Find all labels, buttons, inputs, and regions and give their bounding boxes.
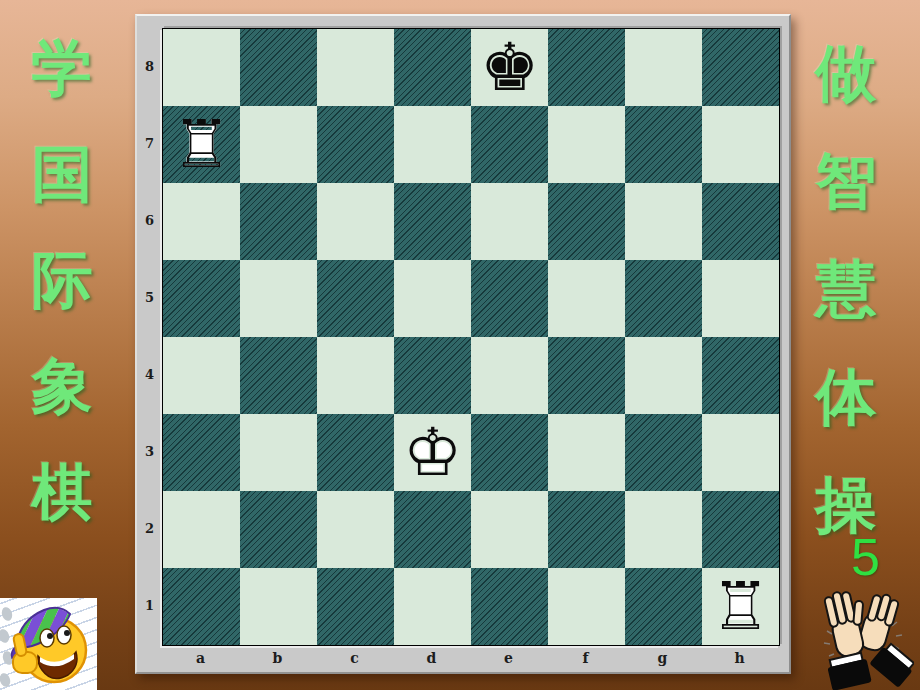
file-label-d: d	[393, 646, 470, 670]
square-g5[interactable]	[625, 260, 702, 337]
square-a4[interactable]	[163, 337, 240, 414]
caption-char: 棋	[32, 461, 93, 522]
caption-char: 慧	[816, 258, 877, 319]
square-b7[interactable]	[240, 106, 317, 183]
square-f7[interactable]	[548, 106, 625, 183]
square-c7[interactable]	[317, 106, 394, 183]
square-c5[interactable]	[317, 260, 394, 337]
square-c4[interactable]	[317, 337, 394, 414]
square-g4[interactable]	[625, 337, 702, 414]
square-d6[interactable]	[394, 183, 471, 260]
square-b5[interactable]	[240, 260, 317, 337]
white-rook-h1[interactable]: ♜	[702, 568, 779, 645]
caption-char: 做	[816, 42, 877, 103]
file-label-c: c	[316, 646, 393, 670]
square-h2[interactable]	[702, 491, 779, 568]
file-label-b: b	[239, 646, 316, 670]
square-b8[interactable]	[240, 29, 317, 106]
square-g8[interactable]	[625, 29, 702, 106]
square-h5[interactable]	[702, 260, 779, 337]
square-d7[interactable]	[394, 106, 471, 183]
chess-board-frame: 87654321 ♚♜♖♚♔♜♖ abcdefgh	[135, 14, 791, 674]
square-a5[interactable]	[163, 260, 240, 337]
rank-label-8: 8	[137, 28, 162, 105]
square-f6[interactable]	[548, 183, 625, 260]
square-a2[interactable]	[163, 491, 240, 568]
white-rook-a7[interactable]: ♜	[163, 106, 240, 183]
square-c2[interactable]	[317, 491, 394, 568]
square-c3[interactable]	[317, 414, 394, 491]
file-label-a: a	[162, 646, 239, 670]
square-c1[interactable]	[317, 568, 394, 645]
square-b1[interactable]	[240, 568, 317, 645]
rank-label-2: 2	[137, 490, 162, 567]
square-d5[interactable]	[394, 260, 471, 337]
square-e8[interactable]: ♚	[471, 29, 548, 106]
square-b6[interactable]	[240, 183, 317, 260]
square-a7[interactable]: ♜♖	[163, 106, 240, 183]
square-b3[interactable]	[240, 414, 317, 491]
square-a6[interactable]	[163, 183, 240, 260]
square-e5[interactable]	[471, 260, 548, 337]
square-d3[interactable]: ♚♔	[394, 414, 471, 491]
square-h7[interactable]	[702, 106, 779, 183]
chess-board[interactable]: ♚♜♖♚♔♜♖	[162, 28, 780, 646]
square-e1[interactable]	[471, 568, 548, 645]
rank-label-5: 5	[137, 259, 162, 336]
square-h6[interactable]	[702, 183, 779, 260]
right-caption: 做智慧体操	[811, 42, 881, 535]
square-f2[interactable]	[548, 491, 625, 568]
square-g2[interactable]	[625, 491, 702, 568]
white-rook-outline: ♖	[702, 568, 779, 645]
file-label-e: e	[470, 646, 547, 670]
caption-char: 体	[816, 366, 877, 427]
rank-label-6: 6	[137, 182, 162, 259]
square-h1[interactable]: ♜♖	[702, 568, 779, 645]
rank-label-1: 1	[137, 567, 162, 644]
square-e4[interactable]	[471, 337, 548, 414]
square-g6[interactable]	[625, 183, 702, 260]
caption-char: 象	[32, 355, 93, 416]
thumbs-up-smiley-icon	[0, 598, 97, 690]
clapping-hands-icon	[808, 588, 914, 690]
caption-char: 学	[32, 37, 93, 98]
square-c8[interactable]	[317, 29, 394, 106]
square-a8[interactable]	[163, 29, 240, 106]
rank-label-4: 4	[137, 336, 162, 413]
square-e7[interactable]	[471, 106, 548, 183]
file-label-g: g	[624, 646, 701, 670]
square-c6[interactable]	[317, 183, 394, 260]
square-h8[interactable]	[702, 29, 779, 106]
slide-number: 5	[851, 531, 880, 583]
black-king-e8[interactable]: ♚	[471, 29, 548, 106]
white-rook-outline: ♖	[163, 106, 240, 183]
square-e3[interactable]	[471, 414, 548, 491]
square-f8[interactable]	[548, 29, 625, 106]
square-a3[interactable]	[163, 414, 240, 491]
square-h4[interactable]	[702, 337, 779, 414]
square-e6[interactable]	[471, 183, 548, 260]
rank-label-3: 3	[137, 413, 162, 490]
square-b2[interactable]	[240, 491, 317, 568]
square-g7[interactable]	[625, 106, 702, 183]
white-king-outline: ♔	[394, 414, 471, 491]
square-f4[interactable]	[548, 337, 625, 414]
caption-char: 国	[32, 143, 93, 204]
caption-char: 际	[32, 249, 93, 310]
square-a1[interactable]	[163, 568, 240, 645]
square-d2[interactable]	[394, 491, 471, 568]
square-d8[interactable]	[394, 29, 471, 106]
square-f1[interactable]	[548, 568, 625, 645]
rank-labels: 87654321	[137, 28, 162, 644]
square-g1[interactable]	[625, 568, 702, 645]
file-label-h: h	[701, 646, 778, 670]
square-g3[interactable]	[625, 414, 702, 491]
caption-char: 操	[816, 474, 877, 535]
file-labels: abcdefgh	[162, 646, 778, 670]
caption-char: 智	[816, 150, 877, 211]
square-e2[interactable]	[471, 491, 548, 568]
slide: 学国际象棋 做智慧体操 5 87654321 ♚♜♖♚♔♜♖ abcdefgh	[0, 0, 920, 690]
square-f3[interactable]	[548, 414, 625, 491]
square-d4[interactable]	[394, 337, 471, 414]
square-d1[interactable]	[394, 568, 471, 645]
square-f5[interactable]	[548, 260, 625, 337]
square-b4[interactable]	[240, 337, 317, 414]
clapping-clipart	[808, 588, 914, 690]
rank-label-7: 7	[137, 105, 162, 182]
smiley-clipart	[0, 598, 97, 690]
left-caption: 学国际象棋	[27, 37, 97, 522]
square-h3[interactable]	[702, 414, 779, 491]
white-king-d3[interactable]: ♚	[394, 414, 471, 491]
file-label-f: f	[547, 646, 624, 670]
